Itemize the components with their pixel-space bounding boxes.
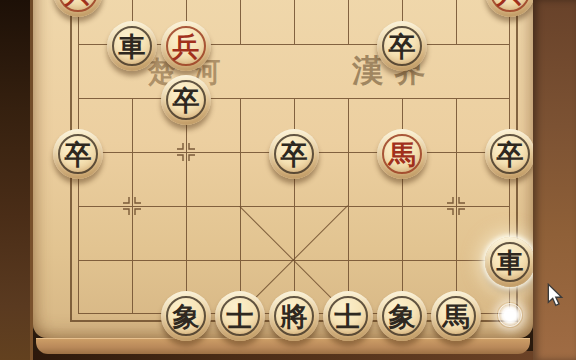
piece-black-elephant-f3r10[interactable]: 象 — [161, 291, 211, 341]
piece-glyph: 車 — [485, 237, 535, 287]
piece-black-soldier-f9r7[interactable]: 卒 — [485, 129, 535, 179]
piece-black-advisor-f4r10[interactable]: 士 — [215, 291, 265, 341]
piece-black-advisor-f6r10[interactable]: 士 — [323, 291, 373, 341]
piece-red-soldier-f1r4[interactable]: 兵 — [53, 0, 103, 17]
board-cell — [78, 260, 132, 314]
move-origin-marker — [497, 302, 523, 328]
piece-black-general-f5r10[interactable]: 將 — [269, 291, 319, 341]
piece-glyph: 馬 — [431, 291, 481, 341]
piece-glyph: 士 — [323, 291, 373, 341]
piece-red-soldier-f9r4[interactable]: 兵 — [485, 0, 535, 17]
board-cell — [186, 206, 240, 260]
piece-black-horse-f8r10[interactable]: 馬 — [431, 291, 481, 341]
piece-black-soldier-f1r7[interactable]: 卒 — [53, 129, 103, 179]
piece-glyph: 將 — [269, 291, 319, 341]
board-cell — [456, 44, 510, 98]
piece-glyph: 卒 — [53, 129, 103, 179]
point-marker — [446, 196, 466, 216]
piece-glyph: 士 — [215, 291, 265, 341]
piece-black-chariot-f2r5[interactable]: 車 — [107, 21, 157, 71]
piece-glyph: 卒 — [161, 75, 211, 125]
board-cell — [240, 44, 294, 98]
piece-glyph: 象 — [161, 291, 211, 341]
piece-glyph: 兵 — [53, 0, 103, 17]
mouse-cursor — [546, 283, 564, 307]
board-cell — [240, 0, 294, 44]
piece-black-soldier-f5r7[interactable]: 卒 — [269, 129, 319, 179]
piece-glyph: 兵 — [161, 21, 211, 71]
piece-glyph: 卒 — [377, 21, 427, 71]
point-marker — [176, 142, 196, 162]
piece-black-chariot-f9r9[interactable]: 車 — [485, 237, 535, 287]
xiangqi-app: 楚河 漢界 兵兵車兵卒卒卒卒馬卒車象士將士象馬 — [0, 0, 576, 360]
piece-red-soldier-f3r5[interactable]: 兵 — [161, 21, 211, 71]
piece-glyph: 卒 — [269, 129, 319, 179]
piece-glyph: 馬 — [377, 129, 427, 179]
board-cell — [348, 206, 402, 260]
point-marker — [122, 196, 142, 216]
piece-glyph: 車 — [107, 21, 157, 71]
piece-glyph: 象 — [377, 291, 427, 341]
piece-black-elephant-f7r10[interactable]: 象 — [377, 291, 427, 341]
piece-red-horse-f7r7[interactable]: 馬 — [377, 129, 427, 179]
piece-glyph: 卒 — [485, 129, 535, 179]
piece-black-soldier-f7r5[interactable]: 卒 — [377, 21, 427, 71]
board-cell — [294, 44, 348, 98]
piece-black-soldier-f3r6[interactable]: 卒 — [161, 75, 211, 125]
wood-frame-left — [0, 0, 33, 360]
piece-glyph: 兵 — [485, 0, 535, 17]
board-cell — [294, 0, 348, 44]
